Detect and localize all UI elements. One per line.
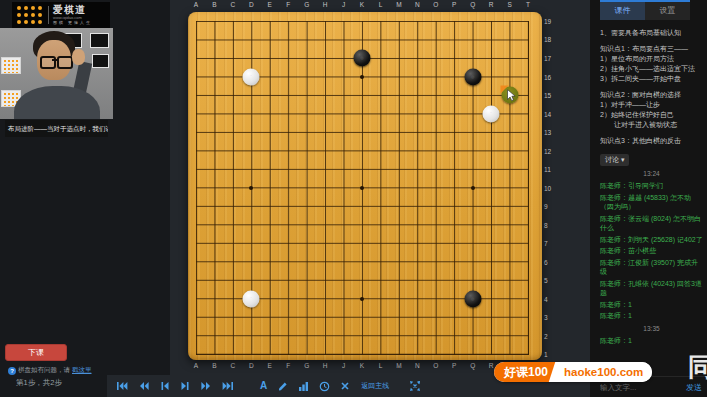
note-line: 1）星位布局的开局方法 [600,54,703,64]
note-line: 3）拆二间夹——开始中盘 [600,74,703,84]
coord-letter-top: F [286,1,290,8]
coord-number-right: 9 [544,203,558,210]
logo-separator [48,6,49,24]
coord-letter-top: L [379,1,383,8]
coord-number-right: 14 [544,110,558,117]
coord-letter-bottom: J [342,362,345,369]
logo-dot [31,13,35,17]
coord-letter-bottom: R [489,362,494,369]
question-mark-icon: ? [8,367,16,375]
chat-message: 陈老师：苗小棋些 [600,246,703,256]
star-point [360,75,364,79]
note-line: 知识点3：其他白棋的反击 [600,136,703,146]
annotation-group: A 返回主线 [255,379,395,393]
coord-letter-bottom: L [379,362,383,369]
skip-end-icon[interactable] [222,379,234,393]
glasses-icon [57,56,73,69]
end-class-button[interactable]: 下课 [5,344,67,361]
brand-tagline: 围棋 更懂人生 [53,21,92,25]
fullscreen-icon[interactable] [409,379,421,393]
star-point [360,186,364,190]
skip-start-icon[interactable] [116,379,128,393]
logo-dot [24,13,28,17]
video-subtitle: 布局进阶——当对于选点时，我们讲 [5,120,108,137]
coord-letter-bottom: G [304,362,309,369]
coord-letter-top: R [489,1,494,8]
coord-number-right: 4 [544,295,558,302]
coord-letter-top: J [342,1,345,8]
coord-letter-top: G [304,1,309,8]
chat-message: 陈老师：越越 (45833) 怎不动（因为吗） [600,193,703,212]
note-line: 1、需要具备布局基础认知 [600,28,703,38]
logo-dots-icon [17,6,43,25]
note-line: 1）对手冲——让步 [600,100,703,110]
brand-logo: 爱棋道 www.iqidao.com 围棋 更懂人生 [12,2,110,28]
text-label-icon[interactable]: A [260,379,267,393]
white-stone: ○ [243,290,260,307]
coord-number-right: 7 [544,240,558,247]
step-back-icon[interactable] [160,379,170,393]
coord-letter-top: M [396,1,401,8]
logo-dot [17,6,21,10]
coord-number-right: 3 [544,313,558,320]
tab-settings[interactable]: 设置 [645,2,690,20]
coord-letter-bottom: A [194,362,198,369]
logo-dot [17,13,21,17]
star-point [471,186,475,190]
coord-number-right: 10 [544,184,558,191]
wall-dot-card [1,57,21,74]
coord-letter-bottom: M [396,362,401,369]
go-board: ●●●○○○ [188,12,542,360]
logo-dot [17,20,21,24]
black-stone: ● [464,68,481,85]
coord-letter-top: P [452,1,456,8]
coord-number-right: 1 [544,351,558,358]
coord-letter-top: E [268,1,272,8]
coord-letter-bottom: Q [470,362,475,369]
coord-letter-top: C [231,1,236,8]
white-stone: ○ [243,68,260,85]
brand-name: 爱棋道 [53,5,92,15]
coord-number-right: 15 [544,91,558,98]
note-line: 知识点2：面对白棋的选择 [600,90,703,100]
tab-bar: 课件 设置 [600,0,690,20]
watermark-badge: 好课100 [494,362,556,382]
coord-letter-top: D [249,1,254,8]
coord-number-right: 12 [544,147,558,154]
coord-letter-bottom: C [231,362,236,369]
coord-letter-bottom: E [268,362,272,369]
instructor-video [0,28,113,119]
board-grid[interactable]: ●●●○○○ [196,21,529,355]
lesson-notes: 1、需要具备布局基础认知知识点1：布局要点有三——1）星位布局的开局方法2）挂角… [600,28,703,146]
note-line: 2）始终记住保护好自己 [600,110,703,120]
chat-message: 陈老师：张云端 (8024) 怎不明白什么 [600,214,703,233]
coord-number-right: 17 [544,54,558,61]
chat-message: 陈老师：1 [600,336,703,346]
fast-forward-icon[interactable] [200,379,212,393]
wall-poster [90,33,109,48]
left-panel: 爱棋道 www.iqidao.com 围棋 更懂人生 布局进阶——当对于选点时，… [0,0,170,397]
playback-group [111,379,239,393]
coord-number-right: 8 [544,221,558,228]
step-forward-icon[interactable] [180,379,190,393]
pencil-icon[interactable] [277,379,288,393]
rewind-icon[interactable] [138,379,150,393]
coord-letter-bottom: O [433,362,438,369]
coord-letter-bottom: K [360,362,364,369]
note-line: 让对手进入被动状态 [600,120,703,130]
help-link[interactable]: 戳这里 [72,366,92,375]
send-button[interactable]: 发送 [684,382,707,393]
right-panel: 课件 设置 1、需要具备布局基础认知知识点1：布局要点有三——1）星位布局的开局… [590,0,707,397]
chat-timestamp: 13:24 [600,170,703,177]
instructor-torso [14,86,100,119]
logo-dot [31,20,35,24]
watermark-domain: haoke100.com [561,362,652,382]
coord-numbers-left: 19181716151413121110987654321 [173,21,187,354]
coord-letters-top: ABCDEFGHJKLMNOPQRST [196,1,528,10]
coord-letter-top: O [433,1,438,8]
logo-dot [38,13,42,17]
coord-number-right: 18 [544,36,558,43]
coord-letter-bottom: N [415,362,420,369]
chat-message: 陈老师：1 [600,311,703,321]
move-step-indicator: 第1步，共2步 [16,378,62,388]
coord-letter-top: S [507,1,511,8]
chat-message: 陈老师：孔维依 (40243) 回答3道题 [600,279,703,298]
note-line: 2）挂角小飞——选出适宜下法 [600,64,703,74]
coord-number-right: 16 [544,73,558,80]
logo-text: 爱棋道 www.iqidao.com 围棋 更懂人生 [53,5,92,25]
logo-dot [38,20,42,24]
clock-icon[interactable] [319,379,330,393]
black-stone: ● [464,290,481,307]
coord-letter-bottom: P [452,362,456,369]
white-stone: ○ [483,105,500,122]
cursor-icon [506,89,516,101]
coord-number-right: 2 [544,332,558,339]
coord-letters-bottom: ABCDEFGHJKLMNOPQRST [196,362,528,371]
glasses-icon [40,56,56,69]
coord-numbers-right: 19181716151413121110987654321 [544,21,558,354]
watermark: 好课100 haoke100.com [494,362,652,382]
coord-letter-bottom: H [323,362,328,369]
coord-number-right: 13 [544,129,558,136]
black-stone: ● [354,49,371,66]
help-row: ? 棋盘如有问题，请戳这里 [8,366,92,375]
coord-letter-top: Q [470,1,475,8]
logo-dot [38,6,42,10]
logo-dot [24,20,28,24]
coord-letter-top: H [323,1,328,8]
logo-dot [24,6,28,10]
return-mainline-button[interactable]: 返回主线 [361,379,389,393]
coord-number-right: 6 [544,258,558,265]
coord-number-right: 19 [544,18,558,25]
bar-chart-icon[interactable] [298,379,309,393]
wall-poster [92,54,109,68]
tab-courseware[interactable]: 课件 [600,2,645,20]
coord-letter-top: B [212,1,216,8]
delete-x-icon[interactable] [340,379,350,393]
coord-letter-bottom: D [249,362,254,369]
board-panel: ABCDEFGHJKLMNOPQRST ABCDEFGHJKLMNOPQRST … [170,0,590,397]
coord-number-right: 11 [544,165,558,172]
app-window: 爱棋道 www.iqidao.com 围棋 更懂人生 布局进阶——当对于选点时，… [0,0,707,397]
chat-message: 陈老师：刘明天 (25628) 记402了 [600,235,703,245]
coord-letter-top: T [526,1,530,8]
logo-dot [31,6,35,10]
star-point [249,186,253,190]
chat-section-dropdown[interactable]: 讨论 ▾ [600,154,629,166]
coord-letter-bottom: F [286,362,290,369]
chat-input[interactable] [592,383,684,392]
watermark-side-glyph: 同 [688,354,707,380]
chat-timestamp: 13:35 [600,325,703,332]
coord-letter-top: A [194,1,198,8]
instructor-hand [72,49,85,65]
coord-letter-top: N [415,1,420,8]
coord-letter-top: K [360,1,364,8]
chat-message: 陈老师：江俊新 (39507) 完成升级 [600,258,703,277]
chat-message: 陈老师：引导同学们 [600,181,703,191]
chat-message: 陈老师：1 [600,300,703,310]
move-marker [501,86,518,103]
note-line: 知识点1：布局要点有三—— [600,44,703,54]
coord-number-right: 5 [544,277,558,284]
star-point [360,297,364,301]
glasses-bridge [52,59,58,61]
coord-letter-bottom: B [212,362,216,369]
chat-list: 13:24陈老师：引导同学们陈老师：越越 (45833) 怎不动（因为吗）陈老师… [600,170,703,345]
help-text: 棋盘如有问题，请 [18,366,70,375]
